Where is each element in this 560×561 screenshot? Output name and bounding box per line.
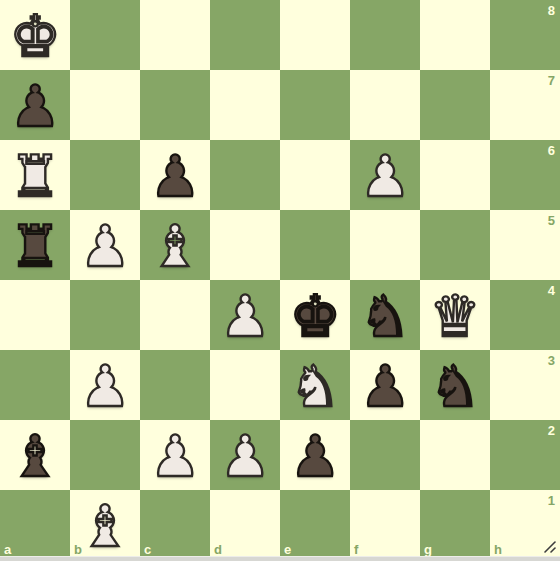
square-e4[interactable]: ♚ [280, 280, 350, 350]
black-bishop[interactable]: ♝ [9, 421, 60, 491]
square-e1[interactable]: e [280, 490, 350, 560]
file-label-g: g [424, 543, 432, 556]
square-g6[interactable] [420, 140, 490, 210]
square-g1[interactable]: g [420, 490, 490, 560]
black-pawn[interactable]: ♟ [289, 421, 340, 491]
square-d4[interactable]: ♟ [210, 280, 280, 350]
square-d3[interactable] [210, 350, 280, 420]
square-h3[interactable]: 3 [490, 350, 560, 420]
white-pawn[interactable]: ♟ [79, 211, 130, 281]
chess-app-window: ♚8♟7♜♟♟6♜♟♝5♟♚♞♛4♟♞♟♞3♝♟♟♟2a♝bcdefg1h [0, 0, 560, 561]
square-d7[interactable] [210, 70, 280, 140]
square-d6[interactable] [210, 140, 280, 210]
square-d2[interactable]: ♟ [210, 420, 280, 490]
square-b5[interactable]: ♟ [70, 210, 140, 280]
square-a1[interactable]: a [0, 490, 70, 560]
rank-label-8: 8 [548, 4, 555, 17]
white-pawn[interactable]: ♟ [219, 421, 270, 491]
rank-label-7: 7 [548, 74, 555, 87]
square-b4[interactable] [70, 280, 140, 350]
square-f8[interactable] [350, 0, 420, 70]
white-pawn[interactable]: ♟ [149, 421, 200, 491]
square-h5[interactable]: 5 [490, 210, 560, 280]
black-knight[interactable]: ♞ [359, 281, 410, 351]
square-d1[interactable]: d [210, 490, 280, 560]
square-d5[interactable] [210, 210, 280, 280]
square-h6[interactable]: 6 [490, 140, 560, 210]
file-label-c: c [144, 543, 151, 556]
square-a7[interactable]: ♟ [0, 70, 70, 140]
file-label-e: e [284, 543, 291, 556]
square-c3[interactable] [140, 350, 210, 420]
file-label-h: h [494, 543, 502, 556]
rank-label-4: 4 [548, 284, 555, 297]
black-pawn[interactable]: ♟ [9, 71, 60, 141]
square-g2[interactable] [420, 420, 490, 490]
square-c6[interactable]: ♟ [140, 140, 210, 210]
square-f2[interactable] [350, 420, 420, 490]
white-king[interactable]: ♚ [9, 1, 60, 71]
square-b6[interactable] [70, 140, 140, 210]
square-f4[interactable]: ♞ [350, 280, 420, 350]
square-d8[interactable] [210, 0, 280, 70]
square-e8[interactable] [280, 0, 350, 70]
rank-label-5: 5 [548, 214, 555, 227]
white-rook[interactable]: ♜ [9, 141, 60, 211]
black-king[interactable]: ♚ [289, 281, 340, 351]
white-queen[interactable]: ♛ [429, 281, 480, 351]
rank-label-1: 1 [548, 494, 555, 507]
white-bishop[interactable]: ♝ [79, 491, 130, 561]
square-f1[interactable]: f [350, 490, 420, 560]
chess-board: ♚8♟7♜♟♟6♜♟♝5♟♚♞♛4♟♞♟♞3♝♟♟♟2a♝bcdefg1h [0, 0, 560, 560]
white-pawn[interactable]: ♟ [219, 281, 270, 351]
square-b1[interactable]: ♝b [70, 490, 140, 560]
square-c1[interactable]: c [140, 490, 210, 560]
resize-handle-icon[interactable] [541, 538, 557, 554]
black-rook[interactable]: ♜ [9, 211, 60, 281]
square-a2[interactable]: ♝ [0, 420, 70, 490]
square-c4[interactable] [140, 280, 210, 350]
square-c2[interactable]: ♟ [140, 420, 210, 490]
square-a4[interactable] [0, 280, 70, 350]
square-f5[interactable] [350, 210, 420, 280]
bottom-strip [0, 556, 560, 561]
square-h2[interactable]: 2 [490, 420, 560, 490]
square-a8[interactable]: ♚ [0, 0, 70, 70]
square-a5[interactable]: ♜ [0, 210, 70, 280]
square-b8[interactable] [70, 0, 140, 70]
square-g3[interactable]: ♞ [420, 350, 490, 420]
black-knight[interactable]: ♞ [429, 351, 480, 421]
black-pawn[interactable]: ♟ [359, 351, 410, 421]
white-bishop[interactable]: ♝ [149, 211, 200, 281]
file-label-d: d [214, 543, 222, 556]
square-b3[interactable]: ♟ [70, 350, 140, 420]
square-g8[interactable] [420, 0, 490, 70]
square-a3[interactable] [0, 350, 70, 420]
rank-label-6: 6 [548, 144, 555, 157]
square-f3[interactable]: ♟ [350, 350, 420, 420]
square-f6[interactable]: ♟ [350, 140, 420, 210]
file-label-a: a [4, 543, 11, 556]
file-label-f: f [354, 543, 358, 556]
white-knight[interactable]: ♞ [289, 351, 340, 421]
square-g7[interactable] [420, 70, 490, 140]
square-a6[interactable]: ♜ [0, 140, 70, 210]
black-pawn[interactable]: ♟ [149, 141, 200, 211]
rank-label-2: 2 [548, 424, 555, 437]
square-c5[interactable]: ♝ [140, 210, 210, 280]
square-e6[interactable] [280, 140, 350, 210]
square-g5[interactable] [420, 210, 490, 280]
rank-label-3: 3 [548, 354, 555, 367]
square-c8[interactable] [140, 0, 210, 70]
square-b7[interactable] [70, 70, 140, 140]
square-h4[interactable]: 4 [490, 280, 560, 350]
white-pawn[interactable]: ♟ [79, 351, 130, 421]
square-e5[interactable] [280, 210, 350, 280]
square-b2[interactable] [70, 420, 140, 490]
square-h8[interactable]: 8 [490, 0, 560, 70]
square-f7[interactable] [350, 70, 420, 140]
square-e3[interactable]: ♞ [280, 350, 350, 420]
square-e7[interactable] [280, 70, 350, 140]
square-h7[interactable]: 7 [490, 70, 560, 140]
square-g4[interactable]: ♛ [420, 280, 490, 350]
square-c7[interactable] [140, 70, 210, 140]
square-e2[interactable]: ♟ [280, 420, 350, 490]
white-pawn[interactable]: ♟ [359, 141, 410, 211]
